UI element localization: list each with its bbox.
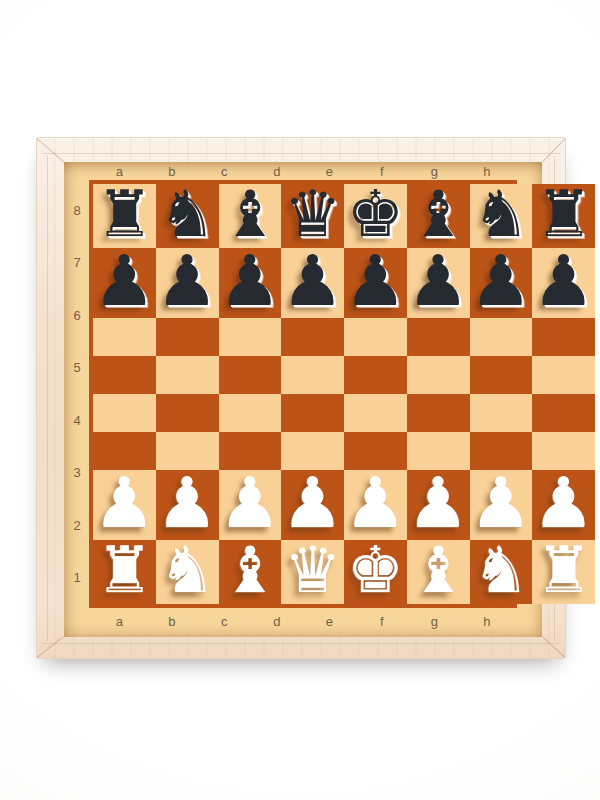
piece-black-pawn[interactable]: ♟ — [344, 246, 407, 316]
square-b2[interactable]: ♟ — [156, 470, 219, 540]
square-h4[interactable] — [532, 394, 595, 432]
square-e4[interactable] — [344, 394, 407, 432]
square-h7[interactable]: ♟ — [532, 248, 595, 318]
square-b1[interactable]: ♞ — [156, 540, 219, 604]
square-e7[interactable]: ♟ — [344, 248, 407, 318]
square-h5[interactable] — [532, 356, 595, 394]
square-a6[interactable] — [93, 318, 156, 356]
piece-white-knight[interactable]: ♞ — [158, 538, 215, 602]
square-a7[interactable]: ♟ — [93, 248, 156, 318]
piece-white-pawn[interactable]: ♟ — [532, 468, 595, 538]
piece-black-pawn[interactable]: ♟ — [281, 246, 344, 316]
square-f6[interactable] — [407, 318, 470, 356]
square-d5[interactable] — [281, 356, 344, 394]
frame-seam-left — [47, 156, 48, 641]
wooden-frame: abcdefgh abcdefgh 87654321 87654321 ♜♞♝♛… — [36, 137, 566, 659]
square-f1[interactable]: ♝ — [407, 540, 470, 604]
rank-labels-left: 87654321 — [65, 184, 89, 604]
piece-black-king[interactable]: ♚ — [347, 182, 404, 246]
rank-label-1: 1 — [65, 552, 89, 605]
file-label-h: h — [461, 613, 514, 629]
piece-white-pawn[interactable]: ♟ — [219, 468, 282, 538]
rank-label-5: 5 — [65, 342, 89, 395]
file-label-d: d — [251, 613, 304, 629]
piece-white-rook[interactable]: ♜ — [96, 538, 153, 602]
frame-miter-top-left — [36, 138, 64, 162]
square-c6[interactable] — [219, 318, 282, 356]
square-d1[interactable]: ♛ — [281, 540, 344, 604]
square-a5[interactable] — [93, 356, 156, 394]
piece-black-pawn[interactable]: ♟ — [156, 246, 219, 316]
piece-black-knight[interactable]: ♞ — [158, 182, 215, 246]
square-d8[interactable]: ♛ — [281, 184, 344, 248]
piece-black-rook[interactable]: ♜ — [96, 182, 153, 246]
board-panel: abcdefgh abcdefgh 87654321 87654321 ♜♞♝♛… — [64, 162, 542, 637]
file-label-g: g — [408, 613, 461, 629]
piece-black-pawn[interactable]: ♟ — [470, 246, 533, 316]
rank-label-3: 3 — [65, 447, 89, 500]
square-e2[interactable]: ♟ — [344, 470, 407, 540]
piece-black-queen[interactable]: ♛ — [284, 182, 341, 246]
square-f5[interactable] — [407, 356, 470, 394]
piece-black-pawn[interactable]: ♟ — [532, 246, 595, 316]
rank-label-8: 8 — [65, 184, 89, 237]
square-f7[interactable]: ♟ — [407, 248, 470, 318]
square-h1[interactable]: ♜ — [532, 540, 595, 604]
piece-white-pawn[interactable]: ♟ — [470, 468, 533, 538]
square-c4[interactable] — [219, 394, 282, 432]
square-d7[interactable]: ♟ — [281, 248, 344, 318]
square-d2[interactable]: ♟ — [281, 470, 344, 540]
square-g7[interactable]: ♟ — [470, 248, 533, 318]
square-g4[interactable] — [470, 394, 533, 432]
piece-white-bishop[interactable]: ♝ — [410, 538, 467, 602]
piece-white-king[interactable]: ♚ — [347, 538, 404, 602]
piece-black-knight[interactable]: ♞ — [472, 182, 529, 246]
square-b5[interactable] — [156, 356, 219, 394]
piece-white-pawn[interactable]: ♟ — [93, 468, 156, 538]
piece-white-bishop[interactable]: ♝ — [221, 538, 278, 602]
rank-label-6: 6 — [65, 289, 89, 342]
frame-seam-top — [42, 153, 560, 154]
piece-black-bishop[interactable]: ♝ — [221, 182, 278, 246]
chess-board: ♜♞♝♛♚♝♞♜♟♟♟♟♟♟♟♟♟♟♟♟♟♟♟♟♜♞♝♛♚♝♞♜ — [93, 184, 513, 604]
piece-black-rook[interactable]: ♜ — [535, 182, 592, 246]
piece-white-knight[interactable]: ♞ — [472, 538, 529, 602]
square-d4[interactable] — [281, 394, 344, 432]
square-d6[interactable] — [281, 318, 344, 356]
piece-black-pawn[interactable]: ♟ — [407, 246, 470, 316]
square-b8[interactable]: ♞ — [156, 184, 219, 248]
square-c1[interactable]: ♝ — [219, 540, 282, 604]
rank-label-7: 7 — [65, 237, 89, 290]
piece-black-pawn[interactable]: ♟ — [219, 246, 282, 316]
piece-white-queen[interactable]: ♛ — [284, 538, 341, 602]
piece-white-pawn[interactable]: ♟ — [281, 468, 344, 538]
square-h6[interactable] — [532, 318, 595, 356]
file-label-e: e — [303, 613, 356, 629]
piece-white-rook[interactable]: ♜ — [535, 538, 592, 602]
square-b6[interactable] — [156, 318, 219, 356]
piece-black-pawn[interactable]: ♟ — [93, 246, 156, 316]
frame-seam-bottom — [42, 643, 560, 644]
square-f8[interactable]: ♝ — [407, 184, 470, 248]
square-c5[interactable] — [219, 356, 282, 394]
square-g2[interactable]: ♟ — [470, 470, 533, 540]
square-h2[interactable]: ♟ — [532, 470, 595, 540]
frame-miter-bottom-left — [36, 636, 63, 658]
board-border: ♜♞♝♛♚♝♞♜♟♟♟♟♟♟♟♟♟♟♟♟♟♟♟♟♜♞♝♛♚♝♞♜ — [89, 180, 517, 608]
square-g6[interactable] — [470, 318, 533, 356]
piece-white-pawn[interactable]: ♟ — [407, 468, 470, 538]
square-c8[interactable]: ♝ — [219, 184, 282, 248]
square-g1[interactable]: ♞ — [470, 540, 533, 604]
square-a4[interactable] — [93, 394, 156, 432]
square-a2[interactable]: ♟ — [93, 470, 156, 540]
square-c2[interactable]: ♟ — [219, 470, 282, 540]
file-label-a: a — [93, 613, 146, 629]
file-label-f: f — [356, 613, 409, 629]
square-b7[interactable]: ♟ — [156, 248, 219, 318]
file-labels-bottom: abcdefgh — [93, 613, 513, 629]
square-g8[interactable]: ♞ — [470, 184, 533, 248]
square-h8[interactable]: ♜ — [532, 184, 595, 248]
square-f2[interactable]: ♟ — [407, 470, 470, 540]
square-f4[interactable] — [407, 394, 470, 432]
piece-white-pawn[interactable]: ♟ — [344, 468, 407, 538]
piece-white-pawn[interactable]: ♟ — [156, 468, 219, 538]
product-photo: abcdefgh abcdefgh 87654321 87654321 ♜♞♝♛… — [0, 0, 600, 800]
square-e6[interactable] — [344, 318, 407, 356]
piece-black-bishop[interactable]: ♝ — [410, 182, 467, 246]
file-label-b: b — [146, 613, 199, 629]
rank-label-2: 2 — [65, 499, 89, 552]
square-e1[interactable]: ♚ — [344, 540, 407, 604]
file-label-c: c — [198, 613, 251, 629]
square-e5[interactable] — [344, 356, 407, 394]
square-e8[interactable]: ♚ — [344, 184, 407, 248]
square-b4[interactable] — [156, 394, 219, 432]
rank-label-4: 4 — [65, 394, 89, 447]
square-a1[interactable]: ♜ — [93, 540, 156, 604]
square-a8[interactable]: ♜ — [93, 184, 156, 248]
square-c7[interactable]: ♟ — [219, 248, 282, 318]
square-g5[interactable] — [470, 356, 533, 394]
